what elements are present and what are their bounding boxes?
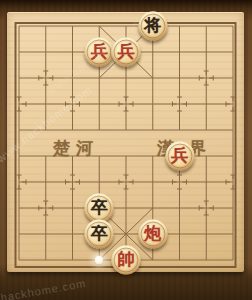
piece-red-soldier[interactable]: 兵 <box>85 38 114 67</box>
piece-black-soldier[interactable]: 卒 <box>85 220 114 249</box>
piece-red-cannon[interactable]: 炮 <box>138 220 167 249</box>
piece-red-soldier[interactable]: 兵 <box>165 142 194 171</box>
piece-character: 帥 <box>118 251 135 268</box>
piece-red-soldier[interactable]: 兵 <box>112 38 141 67</box>
game-screen: 楚河 漢界 将兵兵兵卒卒炮帥 www.hackhome.com www.hack… <box>0 0 252 300</box>
river-char: 楚 <box>53 137 71 160</box>
move-indicator-dot[interactable] <box>95 256 104 265</box>
xiangqi-board[interactable]: 楚河 漢界 将兵兵兵卒卒炮帥 <box>7 12 244 272</box>
piece-character: 兵 <box>171 147 188 164</box>
piece-black-general[interactable]: 将 <box>138 12 167 41</box>
river-label-left: 楚河 <box>53 138 94 158</box>
river-char: 河 <box>76 137 94 160</box>
piece-character: 兵 <box>91 43 108 60</box>
piece-character: 炮 <box>144 225 161 242</box>
piece-character: 卒 <box>91 199 108 216</box>
piece-red-general[interactable]: 帥 <box>112 246 141 275</box>
piece-black-soldier[interactable]: 卒 <box>85 194 114 223</box>
piece-character: 将 <box>144 17 161 34</box>
piece-character: 卒 <box>91 225 108 242</box>
piece-character: 兵 <box>118 43 135 60</box>
watermark-text: www.hackhome.com <box>0 277 87 300</box>
